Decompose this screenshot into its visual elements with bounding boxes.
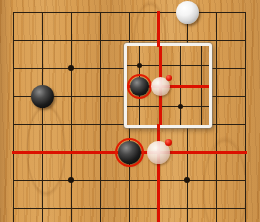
board-cell[interactable] — [115, 0, 144, 26]
ghost-white-stone — [151, 77, 170, 96]
board-cell[interactable] — [231, 26, 260, 54]
board-cell[interactable] — [86, 0, 115, 26]
pending-move-marker — [165, 139, 172, 146]
pending-move-marker — [166, 75, 172, 81]
black-stone — [118, 141, 141, 164]
board-cell[interactable] — [0, 166, 28, 194]
board-cell[interactable] — [28, 166, 57, 194]
board-cell[interactable] — [28, 26, 57, 54]
go-app-screen — [0, 0, 260, 222]
board-cell[interactable] — [86, 26, 115, 54]
magnifier-board — [127, 46, 209, 125]
board-cell[interactable] — [0, 54, 28, 82]
board-cell — [170, 46, 191, 55]
hoshi-point — [184, 177, 190, 183]
board-cell[interactable] — [57, 194, 86, 222]
board-cell[interactable] — [28, 54, 57, 82]
hoshi-point — [68, 65, 74, 71]
board-cell[interactable] — [0, 82, 28, 110]
board-cell — [170, 55, 191, 76]
board-cell — [191, 55, 209, 76]
board-cell[interactable] — [231, 166, 260, 194]
board-cell[interactable] — [0, 110, 28, 138]
board-cell — [191, 117, 209, 125]
board-cell[interactable] — [86, 54, 115, 82]
board-cell[interactable] — [0, 26, 28, 54]
board-cell[interactable] — [115, 166, 144, 194]
board-cell[interactable] — [57, 26, 86, 54]
board-cell[interactable] — [115, 194, 144, 222]
board-cell[interactable] — [231, 82, 260, 110]
magnifier-window — [124, 43, 212, 128]
board-cell[interactable] — [28, 194, 57, 222]
board-cell[interactable] — [28, 0, 57, 26]
crosshair-bridge-bottom — [157, 124, 160, 130]
board-cell[interactable] — [231, 0, 260, 26]
white-stone — [176, 1, 199, 24]
board-cell[interactable] — [86, 110, 115, 138]
board-cell[interactable] — [202, 194, 231, 222]
board-cell[interactable] — [86, 166, 115, 194]
hoshi-point — [137, 63, 142, 68]
board-cell[interactable] — [86, 82, 115, 110]
board-cell[interactable] — [231, 110, 260, 138]
crosshair-bridge-top — [157, 42, 160, 47]
board-cell — [191, 46, 209, 55]
board-cell[interactable] — [202, 166, 231, 194]
board-cell[interactable] — [202, 0, 231, 26]
board-cell[interactable] — [0, 0, 28, 26]
board-cell — [129, 46, 150, 55]
black-stone — [31, 85, 54, 108]
board-cell — [129, 96, 150, 117]
board-cell — [129, 117, 150, 125]
ghost-white-stone — [147, 141, 170, 164]
hoshi-point — [68, 177, 74, 183]
board-cell[interactable] — [173, 194, 202, 222]
board-cell[interactable] — [57, 110, 86, 138]
board-cell — [191, 96, 209, 117]
board-cell[interactable] — [57, 82, 86, 110]
black-stone — [130, 77, 149, 96]
board-cell — [170, 117, 191, 125]
board-cell[interactable] — [28, 110, 57, 138]
board-cell[interactable] — [231, 194, 260, 222]
board-cell[interactable] — [231, 54, 260, 82]
board-cell[interactable] — [57, 0, 86, 26]
board-cell[interactable] — [86, 194, 115, 222]
board-cell[interactable] — [0, 194, 28, 222]
